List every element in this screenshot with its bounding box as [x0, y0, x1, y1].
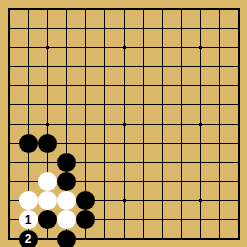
white-stone: [57, 191, 76, 210]
grid-line-vertical: [181, 8, 182, 240]
grid-line-horizontal: [8, 162, 240, 163]
black-stone: [76, 210, 95, 229]
hoshi-point: [46, 46, 49, 49]
move-label: 2: [25, 233, 32, 245]
black-stone: 2: [19, 230, 38, 247]
black-stone: [19, 134, 38, 153]
white-stone: [57, 210, 76, 229]
white-stone: [19, 191, 38, 210]
grid-line-vertical: [219, 8, 220, 240]
move-label: 1: [25, 214, 32, 226]
hoshi-point: [199, 46, 202, 49]
black-stone: [57, 230, 76, 247]
grid-line-vertical: [238, 8, 240, 240]
hoshi-point: [123, 46, 126, 49]
black-stone: [57, 172, 76, 191]
grid-line-horizontal: [8, 238, 240, 240]
black-stone: [38, 210, 57, 229]
go-diagram: 12: [0, 0, 247, 247]
black-stone: [38, 134, 57, 153]
go-board[interactable]: 12: [0, 0, 247, 247]
black-stone: [76, 191, 95, 210]
hoshi-point: [123, 199, 126, 202]
black-stone: [57, 153, 76, 172]
hoshi-point: [199, 123, 202, 126]
hoshi-point: [199, 199, 202, 202]
white-stone: 1: [19, 210, 38, 229]
hoshi-point: [46, 123, 49, 126]
white-stone: [38, 191, 57, 210]
grid-line-vertical: [143, 8, 144, 240]
grid-line-vertical: [162, 8, 163, 240]
hoshi-point: [123, 123, 126, 126]
white-stone: [38, 172, 57, 191]
